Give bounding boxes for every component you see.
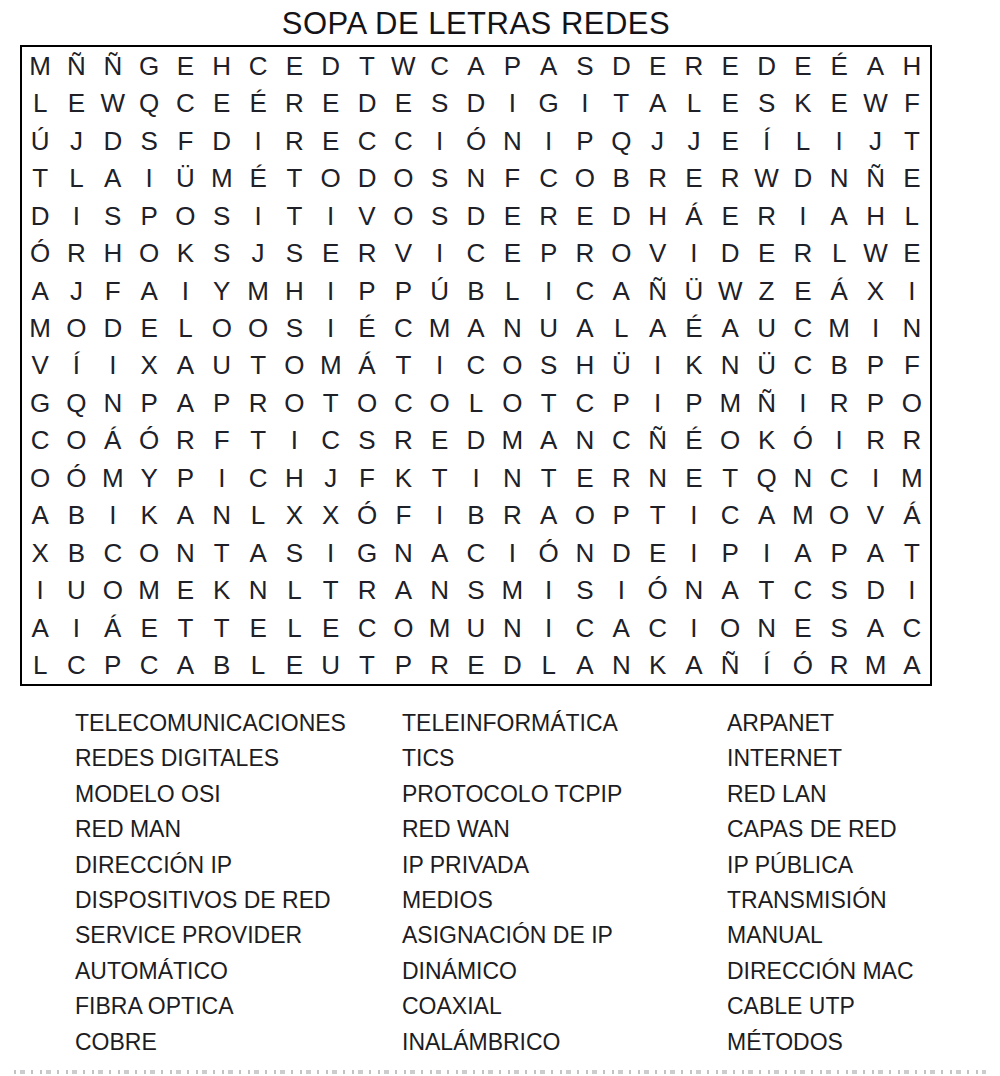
grid-cell[interactable]: O [22, 459, 58, 496]
grid-cell[interactable]: Q [603, 122, 639, 159]
grid-cell[interactable]: H [857, 197, 893, 234]
grid-cell[interactable]: S [530, 347, 566, 384]
grid-cell[interactable]: T [276, 159, 312, 196]
grid-cell[interactable]: E [748, 234, 784, 271]
grid-cell[interactable]: I [785, 197, 821, 234]
grid-cell[interactable]: A [530, 497, 566, 534]
grid-cell[interactable]: L [167, 309, 203, 346]
grid-cell[interactable]: B [458, 497, 494, 534]
grid-cell[interactable]: A [167, 347, 203, 384]
grid-cell[interactable]: F [349, 459, 385, 496]
grid-cell[interactable]: R [785, 234, 821, 271]
grid-cell[interactable]: Ó [131, 422, 167, 459]
grid-cell[interactable]: T [276, 197, 312, 234]
grid-cell[interactable]: D [458, 84, 494, 121]
grid-cell[interactable]: E [313, 609, 349, 646]
grid-cell[interactable]: O [567, 497, 603, 534]
grid-cell[interactable]: C [240, 459, 276, 496]
grid-cell[interactable]: N [494, 122, 530, 159]
grid-cell[interactable]: X [131, 347, 167, 384]
grid-cell[interactable]: C [894, 609, 930, 646]
grid-cell[interactable]: O [131, 234, 167, 271]
grid-cell[interactable]: H [95, 234, 131, 271]
grid-cell[interactable]: R [385, 422, 421, 459]
grid-cell[interactable]: G [131, 47, 167, 84]
grid-cell[interactable]: K [785, 84, 821, 121]
grid-cell[interactable]: A [639, 84, 675, 121]
grid-cell[interactable]: R [857, 422, 893, 459]
grid-cell[interactable]: A [676, 647, 712, 684]
grid-cell[interactable]: E [58, 84, 94, 121]
grid-cell[interactable]: É [821, 47, 857, 84]
grid-cell[interactable]: C [785, 572, 821, 609]
grid-cell[interactable]: I [821, 122, 857, 159]
grid-cell[interactable]: W [857, 84, 893, 121]
grid-cell[interactable]: H [276, 459, 312, 496]
grid-cell[interactable]: I [857, 459, 893, 496]
grid-cell[interactable]: D [349, 84, 385, 121]
grid-cell[interactable]: A [240, 534, 276, 571]
grid-cell[interactable]: P [204, 384, 240, 421]
grid-cell[interactable]: I [22, 572, 58, 609]
grid-cell[interactable]: E [785, 609, 821, 646]
grid-cell[interactable]: N [494, 309, 530, 346]
grid-cell[interactable]: I [58, 197, 94, 234]
grid-cell[interactable]: O [58, 422, 94, 459]
grid-cell[interactable]: E [639, 47, 675, 84]
grid-cell[interactable]: Ó [785, 422, 821, 459]
grid-cell[interactable]: N [821, 159, 857, 196]
grid-cell[interactable]: R [676, 47, 712, 84]
grid-cell[interactable]: A [22, 272, 58, 309]
grid-cell[interactable]: C [603, 422, 639, 459]
grid-cell[interactable]: I [785, 384, 821, 421]
grid-cell[interactable]: P [95, 647, 131, 684]
grid-cell[interactable]: Á [821, 272, 857, 309]
grid-cell[interactable]: Ó [785, 647, 821, 684]
grid-cell[interactable]: I [313, 309, 349, 346]
grid-cell[interactable]: I [458, 459, 494, 496]
grid-cell[interactable]: R [422, 647, 458, 684]
grid-cell[interactable]: N [494, 609, 530, 646]
grid-cell[interactable]: O [385, 197, 421, 234]
grid-cell[interactable]: D [204, 122, 240, 159]
grid-cell[interactable]: O [894, 384, 930, 421]
grid-cell[interactable]: S [821, 609, 857, 646]
grid-cell[interactable]: I [240, 122, 276, 159]
grid-cell[interactable]: A [567, 647, 603, 684]
grid-cell[interactable]: I [530, 609, 566, 646]
grid-cell[interactable]: S [821, 572, 857, 609]
grid-cell[interactable]: E [712, 47, 748, 84]
grid-cell[interactable]: H [639, 197, 675, 234]
grid-cell[interactable]: O [567, 159, 603, 196]
grid-cell[interactable]: C [567, 609, 603, 646]
grid-cell[interactable]: E [494, 234, 530, 271]
grid-cell[interactable]: R [349, 234, 385, 271]
grid-cell[interactable]: N [204, 497, 240, 534]
grid-cell[interactable]: W [385, 47, 421, 84]
grid-cell[interactable]: A [22, 497, 58, 534]
grid-cell[interactable]: S [567, 47, 603, 84]
grid-cell[interactable]: D [458, 197, 494, 234]
grid-cell[interactable]: J [58, 122, 94, 159]
grid-cell[interactable]: N [95, 384, 131, 421]
grid-cell[interactable]: C [785, 347, 821, 384]
grid-cell[interactable]: Y [131, 459, 167, 496]
grid-cell[interactable]: I [422, 497, 458, 534]
grid-cell[interactable]: M [204, 159, 240, 196]
grid-cell[interactable]: F [894, 84, 930, 121]
grid-cell[interactable]: R [276, 122, 312, 159]
grid-cell[interactable]: H [276, 272, 312, 309]
grid-cell[interactable]: E [785, 47, 821, 84]
grid-cell[interactable]: D [785, 159, 821, 196]
grid-cell[interactable]: R [58, 234, 94, 271]
grid-cell[interactable]: T [22, 159, 58, 196]
grid-cell[interactable]: L [458, 384, 494, 421]
grid-cell[interactable]: S [131, 122, 167, 159]
grid-cell[interactable]: D [95, 309, 131, 346]
grid-cell[interactable]: Ñ [639, 422, 675, 459]
grid-cell[interactable]: P [131, 197, 167, 234]
grid-cell[interactable]: O [494, 347, 530, 384]
grid-cell[interactable]: L [603, 309, 639, 346]
grid-cell[interactable]: E [676, 159, 712, 196]
grid-cell[interactable]: É [676, 422, 712, 459]
grid-cell[interactable]: R [894, 422, 930, 459]
grid-cell[interactable]: T [240, 347, 276, 384]
grid-cell[interactable]: R [167, 422, 203, 459]
grid-cell[interactable]: D [494, 647, 530, 684]
grid-cell[interactable]: N [167, 534, 203, 571]
grid-cell[interactable]: P [857, 384, 893, 421]
grid-cell[interactable]: E [276, 47, 312, 84]
grid-cell[interactable]: D [748, 47, 784, 84]
grid-cell[interactable]: P [712, 534, 748, 571]
grid-cell[interactable]: P [131, 384, 167, 421]
grid-cell[interactable]: K [676, 347, 712, 384]
grid-cell[interactable]: Q [748, 459, 784, 496]
grid-cell[interactable]: I [131, 159, 167, 196]
grid-cell[interactable]: C [458, 534, 494, 571]
grid-cell[interactable]: N [676, 572, 712, 609]
grid-cell[interactable]: A [785, 534, 821, 571]
grid-cell[interactable]: É [349, 309, 385, 346]
grid-cell[interactable]: E [676, 459, 712, 496]
grid-cell[interactable]: R [276, 84, 312, 121]
grid-cell[interactable]: I [676, 534, 712, 571]
grid-cell[interactable]: L [530, 647, 566, 684]
grid-cell[interactable]: E [422, 422, 458, 459]
grid-cell[interactable]: P [567, 122, 603, 159]
grid-cell[interactable]: K [167, 234, 203, 271]
grid-cell[interactable]: M [313, 347, 349, 384]
grid-cell[interactable]: C [22, 422, 58, 459]
grid-cell[interactable]: A [530, 422, 566, 459]
grid-cell[interactable]: M [240, 272, 276, 309]
grid-cell[interactable]: Á [894, 497, 930, 534]
grid-cell[interactable]: J [857, 122, 893, 159]
grid-cell[interactable]: M [494, 572, 530, 609]
grid-cell[interactable]: O [240, 309, 276, 346]
grid-cell[interactable]: F [95, 272, 131, 309]
grid-cell[interactable]: D [349, 159, 385, 196]
grid-cell[interactable]: P [349, 272, 385, 309]
grid-cell[interactable]: X [22, 534, 58, 571]
grid-cell[interactable]: Ú [422, 272, 458, 309]
grid-cell[interactable]: I [58, 609, 94, 646]
grid-cell[interactable]: D [95, 122, 131, 159]
grid-cell[interactable]: I [748, 534, 784, 571]
grid-cell[interactable]: Q [58, 384, 94, 421]
grid-cell[interactable]: N [567, 534, 603, 571]
grid-cell[interactable]: S [422, 84, 458, 121]
grid-cell[interactable]: S [276, 234, 312, 271]
grid-cell[interactable]: N [603, 647, 639, 684]
grid-cell[interactable]: V [857, 497, 893, 534]
grid-cell[interactable]: I [204, 459, 240, 496]
grid-cell[interactable]: T [530, 459, 566, 496]
grid-cell[interactable]: L [58, 159, 94, 196]
grid-cell[interactable]: E [785, 272, 821, 309]
grid-cell[interactable]: O [313, 159, 349, 196]
grid-cell[interactable]: Ñ [712, 647, 748, 684]
grid-cell[interactable]: I [167, 272, 203, 309]
grid-cell[interactable]: T [894, 534, 930, 571]
grid-cell[interactable]: Ó [22, 234, 58, 271]
grid-cell[interactable]: R [494, 497, 530, 534]
grid-cell[interactable]: O [276, 384, 312, 421]
grid-cell[interactable]: P [603, 497, 639, 534]
grid-cell[interactable]: Ü [603, 347, 639, 384]
grid-cell[interactable]: J [58, 272, 94, 309]
grid-cell[interactable]: Á [349, 347, 385, 384]
grid-cell[interactable]: M [422, 609, 458, 646]
grid-cell[interactable]: D [712, 234, 748, 271]
grid-cell[interactable]: R [712, 159, 748, 196]
grid-cell[interactable]: S [349, 422, 385, 459]
grid-cell[interactable]: I [494, 84, 530, 121]
grid-cell[interactable]: I [894, 572, 930, 609]
grid-cell[interactable]: P [385, 647, 421, 684]
grid-cell[interactable]: B [58, 534, 94, 571]
grid-cell[interactable]: E [567, 197, 603, 234]
grid-cell[interactable]: Ü [748, 347, 784, 384]
grid-cell[interactable]: E [240, 609, 276, 646]
grid-cell[interactable]: A [857, 47, 893, 84]
grid-cell[interactable]: L [22, 84, 58, 121]
grid-cell[interactable]: F [385, 497, 421, 534]
grid-cell[interactable]: E [385, 84, 421, 121]
grid-cell[interactable]: É [676, 309, 712, 346]
grid-cell[interactable]: E [276, 647, 312, 684]
grid-cell[interactable]: I [422, 347, 458, 384]
grid-cell[interactable]: E [712, 122, 748, 159]
grid-cell[interactable]: V [22, 347, 58, 384]
grid-cell[interactable]: S [204, 197, 240, 234]
grid-cell[interactable]: A [567, 309, 603, 346]
grid-cell[interactable]: M [785, 497, 821, 534]
grid-cell[interactable]: I [639, 384, 675, 421]
grid-cell[interactable]: M [22, 47, 58, 84]
grid-cell[interactable]: E [567, 459, 603, 496]
grid-cell[interactable]: E [167, 572, 203, 609]
grid-cell[interactable]: E [821, 84, 857, 121]
grid-cell[interactable]: C [567, 384, 603, 421]
grid-cell[interactable]: S [748, 84, 784, 121]
grid-cell[interactable]: N [385, 534, 421, 571]
grid-cell[interactable]: C [313, 422, 349, 459]
grid-cell[interactable]: D [458, 422, 494, 459]
grid-cell[interactable]: N [458, 159, 494, 196]
grid-cell[interactable]: E [458, 647, 494, 684]
grid-cell[interactable]: A [603, 272, 639, 309]
grid-cell[interactable]: N [712, 347, 748, 384]
grid-cell[interactable]: S [276, 309, 312, 346]
grid-cell[interactable]: Ú [22, 122, 58, 159]
grid-cell[interactable]: I [857, 309, 893, 346]
grid-cell[interactable]: T [530, 384, 566, 421]
grid-cell[interactable]: E [313, 234, 349, 271]
grid-cell[interactable]: E [712, 84, 748, 121]
grid-cell[interactable]: T [894, 122, 930, 159]
grid-cell[interactable]: A [894, 647, 930, 684]
grid-cell[interactable]: T [313, 572, 349, 609]
grid-cell[interactable]: A [712, 309, 748, 346]
grid-cell[interactable]: E [167, 47, 203, 84]
grid-cell[interactable]: T [639, 497, 675, 534]
grid-cell[interactable]: W [95, 84, 131, 121]
grid-cell[interactable]: W [712, 272, 748, 309]
grid-cell[interactable]: O [385, 609, 421, 646]
grid-cell[interactable]: I [639, 347, 675, 384]
grid-cell[interactable]: O [58, 309, 94, 346]
grid-cell[interactable]: O [712, 422, 748, 459]
grid-cell[interactable]: N [785, 459, 821, 496]
grid-cell[interactable]: R [567, 234, 603, 271]
grid-cell[interactable]: A [857, 609, 893, 646]
grid-cell[interactable]: B [204, 647, 240, 684]
grid-cell[interactable]: L [240, 497, 276, 534]
grid-cell[interactable]: C [58, 647, 94, 684]
grid-cell[interactable]: Ó [458, 122, 494, 159]
grid-cell[interactable]: O [204, 309, 240, 346]
grid-cell[interactable]: L [821, 234, 857, 271]
grid-cell[interactable]: U [204, 347, 240, 384]
grid-cell[interactable]: Q [131, 84, 167, 121]
grid-cell[interactable]: E [131, 609, 167, 646]
grid-cell[interactable]: I [95, 497, 131, 534]
grid-cell[interactable]: Á [95, 609, 131, 646]
grid-cell[interactable]: C [240, 47, 276, 84]
grid-cell[interactable]: D [22, 197, 58, 234]
grid-cell[interactable]: I [603, 572, 639, 609]
grid-cell[interactable]: I [530, 572, 566, 609]
grid-cell[interactable]: T [349, 47, 385, 84]
grid-cell[interactable]: A [458, 309, 494, 346]
grid-cell[interactable]: C [167, 84, 203, 121]
grid-cell[interactable]: A [748, 497, 784, 534]
grid-cell[interactable]: O [95, 572, 131, 609]
grid-cell[interactable]: M [857, 647, 893, 684]
grid-cell[interactable]: A [167, 647, 203, 684]
grid-cell[interactable]: I [676, 497, 712, 534]
grid-cell[interactable]: V [349, 197, 385, 234]
grid-cell[interactable]: P [603, 384, 639, 421]
grid-cell[interactable]: N [639, 459, 675, 496]
grid-cell[interactable]: M [422, 309, 458, 346]
grid-cell[interactable]: Ü [167, 159, 203, 196]
grid-cell[interactable]: A [530, 47, 566, 84]
grid-cell[interactable]: I [313, 534, 349, 571]
grid-cell[interactable]: B [603, 159, 639, 196]
grid-cell[interactable]: P [857, 347, 893, 384]
grid-cell[interactable]: Ó [530, 534, 566, 571]
grid-cell[interactable]: C [349, 122, 385, 159]
grid-cell[interactable]: W [857, 234, 893, 271]
grid-cell[interactable]: T [748, 572, 784, 609]
grid-cell[interactable]: T [385, 347, 421, 384]
grid-cell[interactable]: N [894, 309, 930, 346]
grid-cell[interactable]: D [603, 47, 639, 84]
grid-cell[interactable]: B [821, 347, 857, 384]
grid-cell[interactable]: F [494, 159, 530, 196]
grid-cell[interactable]: I [530, 122, 566, 159]
grid-cell[interactable]: I [567, 84, 603, 121]
grid-cell[interactable]: C [567, 272, 603, 309]
grid-cell[interactable]: O [131, 534, 167, 571]
grid-cell[interactable]: I [276, 422, 312, 459]
grid-cell[interactable]: A [95, 159, 131, 196]
grid-cell[interactable]: Í [748, 647, 784, 684]
grid-cell[interactable]: L [22, 647, 58, 684]
grid-cell[interactable]: L [894, 197, 930, 234]
grid-cell[interactable]: C [821, 459, 857, 496]
grid-cell[interactable]: L [676, 84, 712, 121]
grid-cell[interactable]: T [712, 459, 748, 496]
grid-cell[interactable]: Á [95, 422, 131, 459]
grid-cell[interactable]: I [676, 609, 712, 646]
grid-cell[interactable]: E [204, 84, 240, 121]
grid-cell[interactable]: B [58, 497, 94, 534]
grid-cell[interactable]: E [494, 197, 530, 234]
grid-cell[interactable]: J [240, 234, 276, 271]
grid-cell[interactable]: A [821, 197, 857, 234]
grid-cell[interactable]: C [95, 534, 131, 571]
grid-cell[interactable]: T [422, 459, 458, 496]
grid-cell[interactable]: M [131, 572, 167, 609]
grid-cell[interactable]: C [712, 497, 748, 534]
grid-cell[interactable]: C [385, 384, 421, 421]
grid-cell[interactable]: E [639, 534, 675, 571]
grid-cell[interactable]: I [422, 234, 458, 271]
grid-cell[interactable]: L [276, 609, 312, 646]
grid-cell[interactable]: Z [748, 272, 784, 309]
grid-cell[interactable]: Ñ [639, 272, 675, 309]
grid-cell[interactable]: É [240, 159, 276, 196]
grid-cell[interactable]: R [821, 647, 857, 684]
grid-cell[interactable]: É [240, 84, 276, 121]
grid-cell[interactable]: T [167, 609, 203, 646]
grid-cell[interactable]: V [385, 234, 421, 271]
grid-cell[interactable]: Í [58, 347, 94, 384]
grid-cell[interactable]: S [204, 234, 240, 271]
grid-cell[interactable]: I [494, 534, 530, 571]
grid-cell[interactable]: Ó [639, 572, 675, 609]
grid-cell[interactable]: F [167, 122, 203, 159]
grid-cell[interactable]: Ó [58, 459, 94, 496]
